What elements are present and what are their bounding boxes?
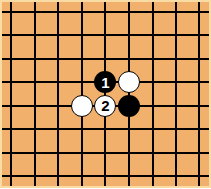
board-cell: [0, 71, 23, 95]
board-cell: [0, 47, 23, 71]
board-cell: [70, 71, 93, 95]
board-cell: [70, 24, 93, 48]
board-cell: [70, 0, 93, 24]
board-cell: [70, 165, 93, 189]
board-cell: [47, 24, 70, 48]
board-cell: [188, 141, 211, 165]
board-cell: [164, 165, 187, 189]
board-cell: [117, 71, 140, 95]
board-cell: [0, 94, 23, 118]
board-cell: [0, 118, 23, 142]
white-stone: [71, 95, 93, 117]
board-cell: [188, 94, 211, 118]
board-cell: [23, 47, 46, 71]
board-cell: [117, 165, 140, 189]
board-cell: [23, 94, 46, 118]
board-cell: [47, 118, 70, 142]
board-cell: [70, 47, 93, 71]
board-cell: [94, 24, 117, 48]
board-cell: 2: [94, 94, 117, 118]
move-label: 1: [101, 75, 109, 90]
board-cell: [47, 0, 70, 24]
board-cell: [164, 71, 187, 95]
board-cell: [0, 141, 23, 165]
board-cell: [188, 0, 211, 24]
board-cell: [117, 118, 140, 142]
board-cell: [188, 47, 211, 71]
board-cell: [94, 0, 117, 24]
board-cell: [188, 71, 211, 95]
board-cell: [94, 141, 117, 165]
board-cell: [188, 165, 211, 189]
board-cell: [117, 47, 140, 71]
white-stone: 2: [94, 95, 116, 117]
board-cell: [117, 0, 140, 24]
board-cell: [47, 141, 70, 165]
board-cell: [94, 165, 117, 189]
board-cell: [117, 141, 140, 165]
board-cell: [94, 118, 117, 142]
board-cell: [47, 71, 70, 95]
board-cell: [23, 24, 46, 48]
board-cell: [141, 141, 164, 165]
black-stone: 1: [94, 71, 116, 93]
move-label: 2: [101, 98, 109, 113]
board-cell: [141, 71, 164, 95]
board-cell: [23, 118, 46, 142]
board-cell: [141, 24, 164, 48]
board-cell: [117, 94, 140, 118]
board-cell: [70, 141, 93, 165]
board-cell: [70, 94, 93, 118]
board-cell: [164, 24, 187, 48]
board-cell: [164, 0, 187, 24]
board-cell: [164, 141, 187, 165]
board-cell: [23, 71, 46, 95]
board-cell: [47, 94, 70, 118]
board-cell: 1: [94, 71, 117, 95]
board-cell: [23, 0, 46, 24]
board-cell: [47, 47, 70, 71]
board-cell: [94, 47, 117, 71]
board-cell: [23, 165, 46, 189]
board-cell: [70, 118, 93, 142]
board-cell: [141, 165, 164, 189]
go-board: 12: [0, 0, 211, 188]
board-cell: [141, 94, 164, 118]
white-stone: [118, 71, 140, 93]
board-cell: [23, 141, 46, 165]
board-cell: [47, 165, 70, 189]
board-cell: [0, 24, 23, 48]
board-cell: [0, 0, 23, 24]
board-cell: [141, 118, 164, 142]
board-cell: [188, 118, 211, 142]
board-cell: [141, 0, 164, 24]
board-cell: [141, 47, 164, 71]
board-cell: [164, 118, 187, 142]
board-cell: [164, 94, 187, 118]
board-cell: [188, 24, 211, 48]
board-cell: [117, 24, 140, 48]
board-cell: [0, 165, 23, 189]
black-stone: [118, 95, 140, 117]
board-cell: [164, 47, 187, 71]
